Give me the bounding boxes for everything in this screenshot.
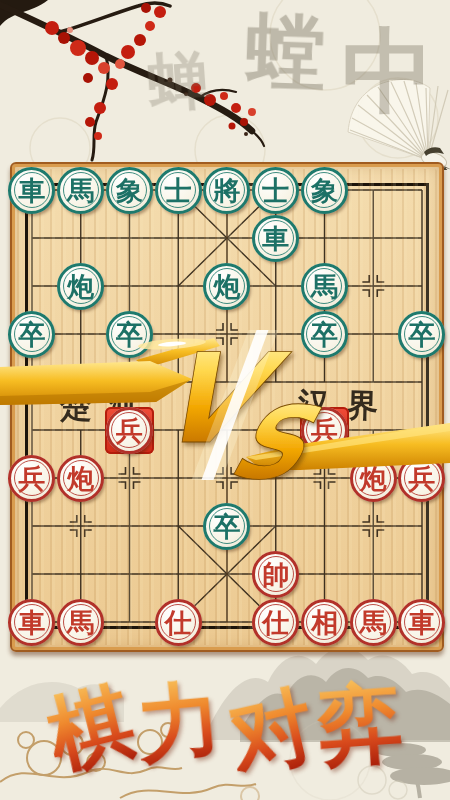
title-char: 弈 xyxy=(314,665,406,785)
piece-black-士[interactable]: 士 xyxy=(156,168,201,213)
ink-pine-tree xyxy=(374,737,450,798)
piece-grid[interactable]: 車馬象士將士象車炮炮馬卒卒卒卒兵兵兵炮炮兵卒帥車馬仕仕相馬車 xyxy=(8,166,447,646)
faded-calligraphy: 螳 xyxy=(244,0,328,109)
piece-black-卒[interactable]: 卒 xyxy=(107,312,152,357)
title-char: 力 xyxy=(133,663,227,784)
bottom-decoration xyxy=(0,630,450,800)
piece-red-兵[interactable]: 兵 xyxy=(302,408,347,453)
piece-red-仕[interactable]: 仕 xyxy=(156,600,201,645)
xiangqi-vs-screen: 螳 中 蝉 xyxy=(0,0,450,800)
piece-red-兵[interactable]: 兵 xyxy=(9,456,54,501)
gold-cloud-scrolls xyxy=(0,723,259,800)
page-title: 棋 力 对 弈 xyxy=(0,668,450,782)
title-char: 棋 xyxy=(36,663,145,794)
piece-red-仕[interactable]: 仕 xyxy=(253,600,298,645)
piece-black-車[interactable]: 車 xyxy=(253,216,298,261)
piece-red-炮[interactable]: 炮 xyxy=(58,456,103,501)
white-bird xyxy=(348,79,450,170)
ink-hill-left xyxy=(0,682,124,722)
ink-mountain-far xyxy=(210,648,450,740)
xiangqi-board[interactable]: 楚河 汉界 車馬象士將士象車炮炮馬卒卒卒卒兵兵兵炮炮兵卒帥車馬仕仕相馬車 xyxy=(10,162,444,652)
piece-black-炮[interactable]: 炮 xyxy=(58,264,103,309)
faded-calligraphy: 蝉 xyxy=(145,38,213,126)
piece-red-兵[interactable]: 兵 xyxy=(399,456,444,501)
piece-black-士[interactable]: 士 xyxy=(253,168,298,213)
plum-blossom-branch xyxy=(0,0,264,160)
piece-red-馬[interactable]: 馬 xyxy=(351,600,396,645)
piece-black-卒[interactable]: 卒 xyxy=(204,504,249,549)
piece-red-馬[interactable]: 馬 xyxy=(58,600,103,645)
piece-red-炮[interactable]: 炮 xyxy=(351,456,396,501)
piece-black-象[interactable]: 象 xyxy=(302,168,347,213)
top-decoration xyxy=(0,0,450,170)
piece-black-象[interactable]: 象 xyxy=(107,168,152,213)
piece-black-卒[interactable]: 卒 xyxy=(302,312,347,357)
ink-mountain-near xyxy=(240,668,450,742)
piece-black-卒[interactable]: 卒 xyxy=(9,312,54,357)
piece-black-炮[interactable]: 炮 xyxy=(204,264,249,309)
piece-black-將[interactable]: 將 xyxy=(204,168,249,213)
faded-calligraphy: 中 xyxy=(342,10,434,134)
piece-red-車[interactable]: 車 xyxy=(399,600,444,645)
gray-clouds xyxy=(290,720,407,800)
piece-black-車[interactable]: 車 xyxy=(9,168,54,213)
title-char: 对 xyxy=(218,668,325,798)
cloud-pattern xyxy=(30,0,438,170)
piece-black-馬[interactable]: 馬 xyxy=(302,264,347,309)
piece-red-相[interactable]: 相 xyxy=(302,600,347,645)
piece-black-馬[interactable]: 馬 xyxy=(58,168,103,213)
piece-red-帥[interactable]: 帥 xyxy=(253,552,298,597)
piece-black-卒[interactable]: 卒 xyxy=(399,312,444,357)
plum-blossoms xyxy=(45,3,256,140)
piece-red-兵[interactable]: 兵 xyxy=(107,408,152,453)
piece-red-車[interactable]: 車 xyxy=(9,600,54,645)
